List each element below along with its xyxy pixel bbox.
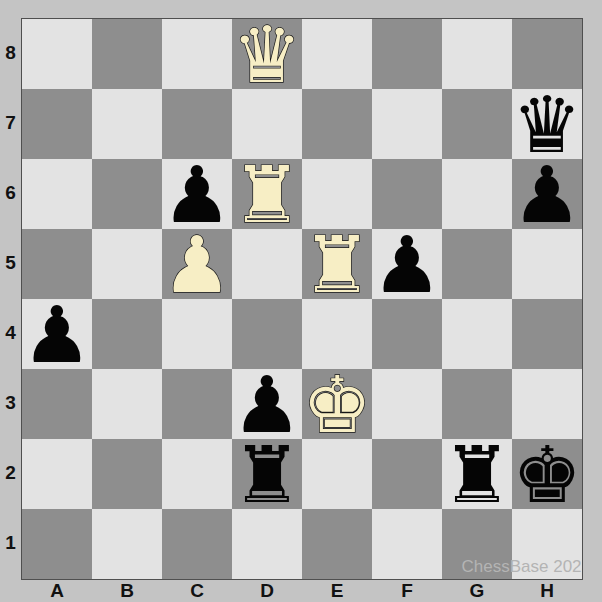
file-label-g: G (442, 581, 512, 601)
square-h4[interactable] (512, 299, 582, 369)
square-a5[interactable] (22, 229, 92, 299)
square-g8[interactable] (442, 19, 512, 89)
square-e6[interactable] (302, 159, 372, 229)
square-e7[interactable] (302, 89, 372, 159)
square-b5[interactable] (92, 229, 162, 299)
square-a4[interactable]: ♟ (22, 299, 92, 369)
square-c6[interactable]: ♟ (162, 159, 232, 229)
square-b4[interactable] (92, 299, 162, 369)
square-h6[interactable]: ♟ (512, 159, 582, 229)
square-d6[interactable]: ♜ (232, 159, 302, 229)
square-d8[interactable]: ♛ (232, 19, 302, 89)
rank-label-5: 5 (0, 228, 21, 298)
rank-label-3: 3 (0, 368, 21, 438)
chess-board: ChessBase 2023 ♛♛♟♜♟♟♜♟♟♟♚♜♜♚ (21, 18, 583, 580)
square-b7[interactable] (92, 89, 162, 159)
black-pawn-a4: ♟ (22, 296, 92, 374)
square-d1[interactable] (232, 509, 302, 579)
square-g3[interactable] (442, 369, 512, 439)
white-queen-d8: ♛ (232, 18, 302, 94)
square-h2[interactable]: ♚ (512, 439, 582, 509)
square-d3[interactable]: ♟ (232, 369, 302, 439)
file-label-h: H (512, 581, 582, 601)
square-c5[interactable]: ♟ (162, 229, 232, 299)
rank-label-8: 8 (0, 18, 21, 88)
square-a8[interactable] (22, 19, 92, 89)
rank-label-1: 1 (0, 508, 21, 578)
white-king-e3: ♚ (302, 366, 372, 444)
square-f4[interactable] (372, 299, 442, 369)
square-f3[interactable] (372, 369, 442, 439)
file-label-d: D (232, 581, 302, 601)
black-pawn-h6: ♟ (512, 156, 582, 234)
square-d7[interactable] (232, 89, 302, 159)
square-e2[interactable] (302, 439, 372, 509)
square-c4[interactable] (162, 299, 232, 369)
chess-diagram: ChessBase 2023 ♛♛♟♜♟♟♜♟♟♟♚♜♜♚ 87654321 A… (0, 0, 602, 602)
square-f8[interactable] (372, 19, 442, 89)
square-e3[interactable]: ♚ (302, 369, 372, 439)
square-g2[interactable]: ♜ (442, 439, 512, 509)
square-g7[interactable] (442, 89, 512, 159)
white-rook-d6: ♜ (232, 156, 302, 234)
square-f2[interactable] (372, 439, 442, 509)
square-b6[interactable] (92, 159, 162, 229)
file-label-e: E (302, 581, 372, 601)
black-queen-h7: ♛ (512, 86, 582, 164)
square-e5[interactable]: ♜ (302, 229, 372, 299)
square-f5[interactable]: ♟ (372, 229, 442, 299)
square-a2[interactable] (22, 439, 92, 509)
file-label-a: A (22, 581, 92, 601)
square-f7[interactable] (372, 89, 442, 159)
square-e4[interactable] (302, 299, 372, 369)
square-c1[interactable] (162, 509, 232, 579)
square-e1[interactable] (302, 509, 372, 579)
rank-label-6: 6 (0, 158, 21, 228)
square-d2[interactable]: ♜ (232, 439, 302, 509)
chessbase-watermark: ChessBase 2023 (462, 557, 583, 577)
square-d5[interactable] (232, 229, 302, 299)
square-a7[interactable] (22, 89, 92, 159)
square-f6[interactable] (372, 159, 442, 229)
square-b3[interactable] (92, 369, 162, 439)
black-pawn-d3: ♟ (232, 366, 302, 444)
black-rook-g2: ♜ (442, 436, 512, 514)
square-a3[interactable] (22, 369, 92, 439)
file-label-b: B (92, 581, 162, 601)
square-a6[interactable] (22, 159, 92, 229)
square-f1[interactable] (372, 509, 442, 579)
file-label-c: C (162, 581, 232, 601)
white-rook-e5: ♜ (302, 226, 372, 304)
square-c3[interactable] (162, 369, 232, 439)
square-g5[interactable] (442, 229, 512, 299)
square-a1[interactable] (22, 509, 92, 579)
square-b2[interactable] (92, 439, 162, 509)
square-d4[interactable] (232, 299, 302, 369)
rank-label-4: 4 (0, 298, 21, 368)
black-rook-d2: ♜ (232, 436, 302, 514)
square-g6[interactable] (442, 159, 512, 229)
square-c7[interactable] (162, 89, 232, 159)
white-pawn-c5: ♟ (162, 226, 232, 304)
square-b1[interactable] (92, 509, 162, 579)
rank-label-7: 7 (0, 88, 21, 158)
square-g4[interactable] (442, 299, 512, 369)
square-b8[interactable] (92, 19, 162, 89)
rank-label-2: 2 (0, 438, 21, 508)
square-h7[interactable]: ♛ (512, 89, 582, 159)
black-pawn-f5: ♟ (372, 226, 442, 304)
square-c8[interactable] (162, 19, 232, 89)
file-label-f: F (372, 581, 442, 601)
black-king-h2: ♚ (512, 436, 582, 514)
square-h5[interactable] (512, 229, 582, 299)
square-e8[interactable] (302, 19, 372, 89)
square-h8[interactable] (512, 19, 582, 89)
square-c2[interactable] (162, 439, 232, 509)
black-pawn-c6: ♟ (162, 156, 232, 234)
square-h3[interactable] (512, 369, 582, 439)
